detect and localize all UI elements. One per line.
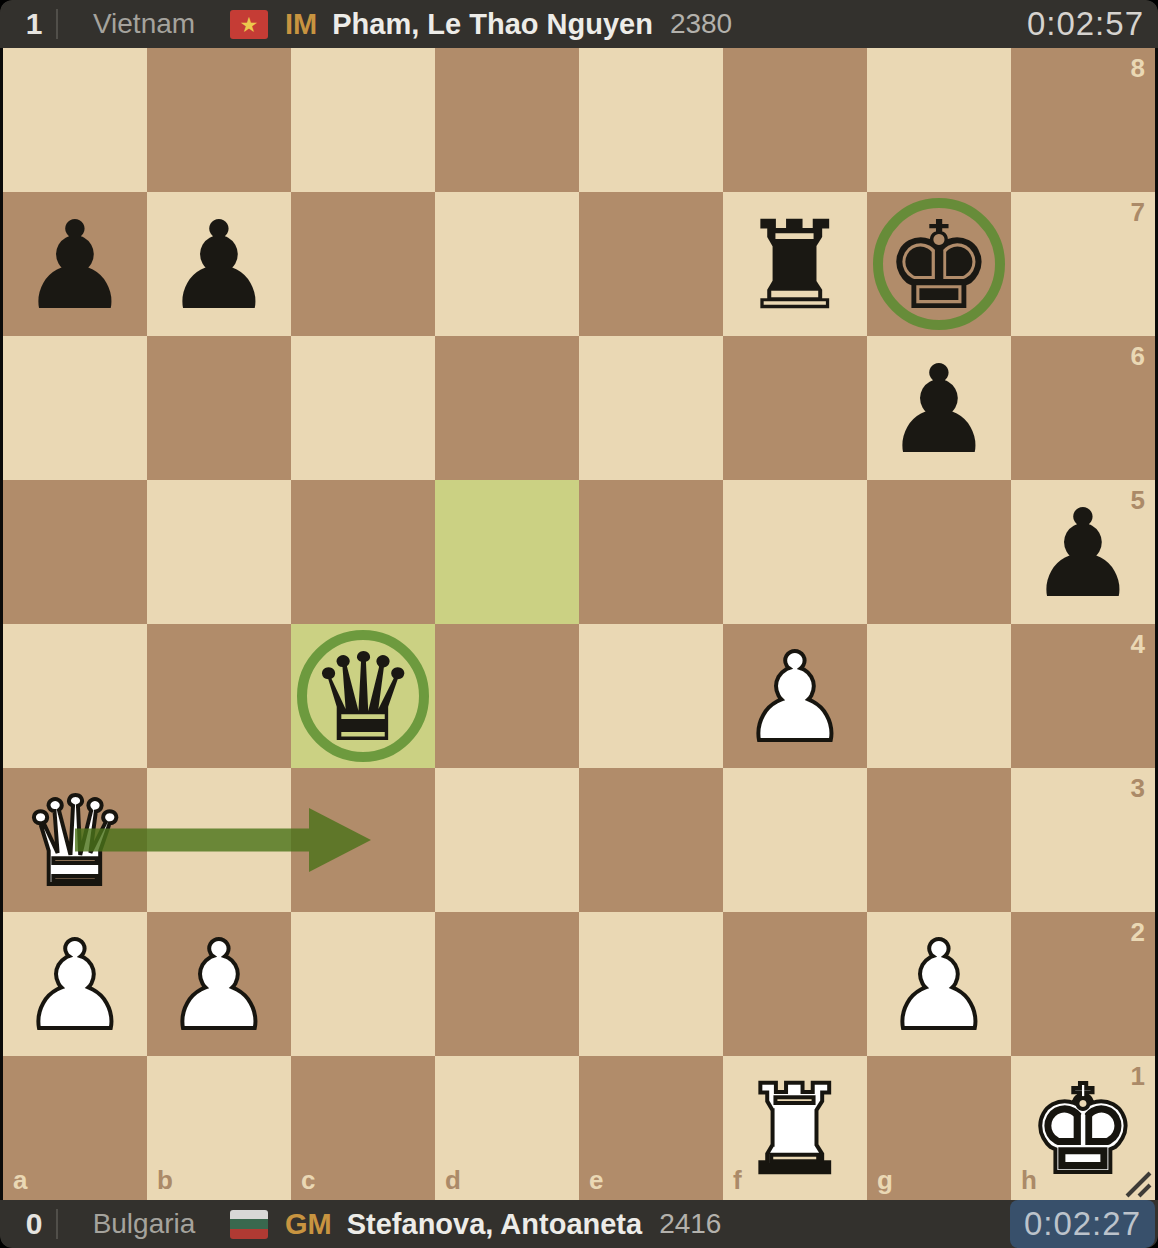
square-g2[interactable]: ♟ bbox=[867, 912, 1011, 1056]
clock-bottom-active: 0:02:27 bbox=[1010, 1200, 1155, 1248]
country-bottom: Bulgaria bbox=[58, 1208, 230, 1240]
square-b2[interactable]: ♟ bbox=[147, 912, 291, 1056]
file-label: c bbox=[301, 1165, 315, 1196]
square-c2[interactable] bbox=[291, 912, 435, 1056]
player-name-bottom: Stefanova, Antoaneta bbox=[347, 1208, 642, 1241]
square-b6[interactable] bbox=[147, 336, 291, 480]
square-h3[interactable]: 3 bbox=[1011, 768, 1155, 912]
rank-label: 2 bbox=[1131, 917, 1145, 948]
square-d3[interactable] bbox=[435, 768, 579, 912]
piece-white-rook[interactable]: ♜ bbox=[723, 1058, 867, 1202]
piece-white-pawn[interactable]: ♟ bbox=[867, 914, 1011, 1058]
file-label: b bbox=[157, 1165, 173, 1196]
square-d7[interactable] bbox=[435, 192, 579, 336]
square-d2[interactable] bbox=[435, 912, 579, 1056]
square-g3[interactable] bbox=[867, 768, 1011, 912]
square-c8[interactable] bbox=[291, 48, 435, 192]
square-b3[interactable] bbox=[147, 768, 291, 912]
square-e3[interactable] bbox=[579, 768, 723, 912]
piece-black-pawn[interactable]: ♟ bbox=[867, 338, 1011, 482]
piece-black-king[interactable]: ♚ bbox=[867, 194, 1011, 338]
square-b1[interactable]: b bbox=[147, 1056, 291, 1200]
square-h5[interactable]: ♟5 bbox=[1011, 480, 1155, 624]
square-e8[interactable] bbox=[579, 48, 723, 192]
square-f4[interactable]: ♟ bbox=[723, 624, 867, 768]
square-h1[interactable]: ♚1h bbox=[1011, 1056, 1155, 1200]
player-rating-bottom: 2416 bbox=[659, 1208, 721, 1240]
board-frame: 8♟♟♜♚7♟6♟5♛♟4♛3♟♟♟2abcde♜fg♚1h bbox=[0, 48, 1158, 1200]
file-label: h bbox=[1021, 1165, 1037, 1196]
player-title-bottom: GM bbox=[285, 1208, 332, 1241]
square-d1[interactable]: d bbox=[435, 1056, 579, 1200]
player-rating-top: 2380 bbox=[670, 8, 732, 40]
square-c4[interactable]: ♛ bbox=[291, 624, 435, 768]
file-label: f bbox=[733, 1165, 742, 1196]
square-a5[interactable] bbox=[3, 480, 147, 624]
clock-top: 0:02:57 bbox=[1027, 5, 1144, 43]
file-label: e bbox=[589, 1165, 603, 1196]
piece-white-pawn[interactable]: ♟ bbox=[147, 914, 291, 1058]
square-h8[interactable]: 8 bbox=[1011, 48, 1155, 192]
square-g5[interactable] bbox=[867, 480, 1011, 624]
file-label: d bbox=[445, 1165, 461, 1196]
player-bar-bottom: 0 Bulgaria GM Stefanova, Antoaneta 2416 … bbox=[0, 1200, 1158, 1248]
rank-label: 5 bbox=[1131, 485, 1145, 516]
square-e5[interactable] bbox=[579, 480, 723, 624]
player-name-top: Pham, Le Thao Nguyen bbox=[332, 8, 653, 41]
square-f6[interactable] bbox=[723, 336, 867, 480]
square-c1[interactable]: c bbox=[291, 1056, 435, 1200]
square-a1[interactable]: a bbox=[3, 1056, 147, 1200]
square-b8[interactable] bbox=[147, 48, 291, 192]
square-f1[interactable]: ♜f bbox=[723, 1056, 867, 1200]
score-top: 1 bbox=[12, 7, 56, 41]
square-c6[interactable] bbox=[291, 336, 435, 480]
square-c3[interactable] bbox=[291, 768, 435, 912]
piece-white-pawn[interactable]: ♟ bbox=[3, 914, 147, 1058]
piece-white-pawn[interactable]: ♟ bbox=[723, 626, 867, 770]
square-g1[interactable]: g bbox=[867, 1056, 1011, 1200]
square-a7[interactable]: ♟ bbox=[3, 192, 147, 336]
square-g6[interactable]: ♟ bbox=[867, 336, 1011, 480]
rank-label: 8 bbox=[1131, 53, 1145, 84]
square-h2[interactable]: 2 bbox=[1011, 912, 1155, 1056]
square-h6[interactable]: 6 bbox=[1011, 336, 1155, 480]
square-a3[interactable]: ♛ bbox=[3, 768, 147, 912]
rank-label: 7 bbox=[1131, 197, 1145, 228]
square-b7[interactable]: ♟ bbox=[147, 192, 291, 336]
square-d4[interactable] bbox=[435, 624, 579, 768]
square-d5[interactable] bbox=[435, 480, 579, 624]
square-a8[interactable] bbox=[3, 48, 147, 192]
rank-label: 6 bbox=[1131, 341, 1145, 372]
player-bar-top: 1 Vietnam ★ IM Pham, Le Thao Nguyen 2380… bbox=[0, 0, 1158, 48]
star-icon: ★ bbox=[240, 14, 259, 35]
country-top: Vietnam bbox=[58, 8, 230, 40]
square-f3[interactable] bbox=[723, 768, 867, 912]
square-e4[interactable] bbox=[579, 624, 723, 768]
square-c7[interactable] bbox=[291, 192, 435, 336]
piece-black-queen[interactable]: ♛ bbox=[291, 626, 435, 770]
square-e6[interactable] bbox=[579, 336, 723, 480]
square-b4[interactable] bbox=[147, 624, 291, 768]
piece-black-pawn[interactable]: ♟ bbox=[3, 194, 147, 338]
square-f2[interactable] bbox=[723, 912, 867, 1056]
bulgaria-flag-icon bbox=[230, 1210, 268, 1239]
square-g8[interactable] bbox=[867, 48, 1011, 192]
square-d8[interactable] bbox=[435, 48, 579, 192]
square-e2[interactable] bbox=[579, 912, 723, 1056]
square-a6[interactable] bbox=[3, 336, 147, 480]
square-a2[interactable]: ♟ bbox=[3, 912, 147, 1056]
score-bottom: 0 bbox=[12, 1207, 56, 1241]
player-title-top: IM bbox=[285, 8, 317, 41]
square-e7[interactable] bbox=[579, 192, 723, 336]
square-f5[interactable] bbox=[723, 480, 867, 624]
square-b5[interactable] bbox=[147, 480, 291, 624]
square-g7[interactable]: ♚ bbox=[867, 192, 1011, 336]
square-f8[interactable] bbox=[723, 48, 867, 192]
rank-label: 4 bbox=[1131, 629, 1145, 660]
chess-broadcast-widget: 1 Vietnam ★ IM Pham, Le Thao Nguyen 2380… bbox=[0, 0, 1158, 1248]
rank-label: 1 bbox=[1131, 1061, 1145, 1092]
square-e1[interactable]: e bbox=[579, 1056, 723, 1200]
square-h7[interactable]: 7 bbox=[1011, 192, 1155, 336]
file-label: g bbox=[877, 1165, 893, 1196]
square-c5[interactable] bbox=[291, 480, 435, 624]
square-g4[interactable] bbox=[867, 624, 1011, 768]
square-a4[interactable] bbox=[3, 624, 147, 768]
square-d6[interactable] bbox=[435, 336, 579, 480]
piece-white-queen[interactable]: ♛ bbox=[3, 770, 147, 914]
piece-black-pawn[interactable]: ♟ bbox=[147, 194, 291, 338]
rank-label: 3 bbox=[1131, 773, 1145, 804]
square-h4[interactable]: 4 bbox=[1011, 624, 1155, 768]
square-f7[interactable]: ♜ bbox=[723, 192, 867, 336]
file-label: a bbox=[13, 1165, 27, 1196]
vietnam-flag-icon: ★ bbox=[230, 10, 268, 39]
board: 8♟♟♜♚7♟6♟5♛♟4♛3♟♟♟2abcde♜fg♚1h bbox=[3, 48, 1155, 1200]
piece-black-rook[interactable]: ♜ bbox=[723, 194, 867, 338]
